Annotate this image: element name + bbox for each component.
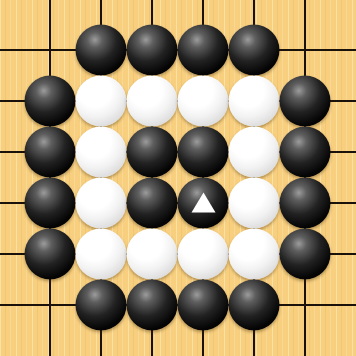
white-stone-r2c5 xyxy=(229,76,280,127)
black-stone-r2c1 xyxy=(25,76,76,127)
black-stone-r5c1 xyxy=(25,229,76,280)
white-stone-r5c4 xyxy=(178,229,229,280)
triangle-marker-icon xyxy=(191,192,215,212)
black-stone-r4c3 xyxy=(127,178,178,229)
go-diagram xyxy=(0,0,356,356)
white-stone-r4c5 xyxy=(229,178,280,229)
black-stone-r6c2 xyxy=(76,280,127,331)
black-stone-r6c5 xyxy=(229,280,280,331)
black-stone-r2c6 xyxy=(280,76,331,127)
white-stone-r2c4 xyxy=(178,76,229,127)
white-stone-r4c2 xyxy=(76,178,127,229)
black-stone-r6c3 xyxy=(127,280,178,331)
go-board[interactable] xyxy=(0,0,356,356)
black-stone-r4c6 xyxy=(280,178,331,229)
white-stone-r5c3 xyxy=(127,229,178,280)
black-stone-r3c3 xyxy=(127,127,178,178)
black-stone-r1c3 xyxy=(127,25,178,76)
black-stone-r1c2 xyxy=(76,25,127,76)
white-stone-r5c2 xyxy=(76,229,127,280)
white-stone-r2c2 xyxy=(76,76,127,127)
white-stone-r5c5 xyxy=(229,229,280,280)
white-stone-r3c2 xyxy=(76,127,127,178)
black-stone-r3c4 xyxy=(178,127,229,178)
empty-intersection-r1c6[interactable] xyxy=(285,30,325,70)
black-stone-r4c4 xyxy=(178,178,229,229)
black-stone-r5c6 xyxy=(280,229,331,280)
empty-intersection-r1c1[interactable] xyxy=(30,30,70,70)
black-stone-r1c4 xyxy=(178,25,229,76)
empty-intersection-r6c1[interactable] xyxy=(30,285,70,325)
black-stone-r3c1 xyxy=(25,127,76,178)
black-stone-r3c6 xyxy=(280,127,331,178)
white-stone-r3c5 xyxy=(229,127,280,178)
black-stone-r4c1 xyxy=(25,178,76,229)
black-stone-r6c4 xyxy=(178,280,229,331)
black-stone-r1c5 xyxy=(229,25,280,76)
empty-intersection-r6c6[interactable] xyxy=(285,285,325,325)
white-stone-r2c3 xyxy=(127,76,178,127)
